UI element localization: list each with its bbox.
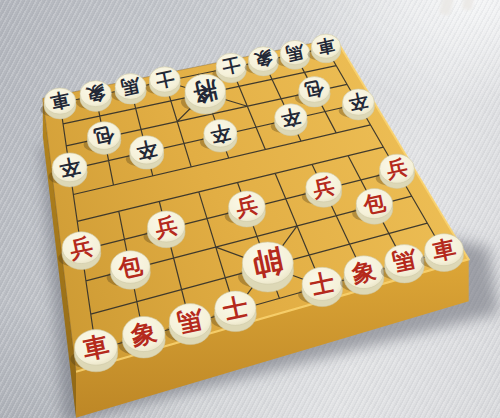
piece-black-elephant-g10: 象 [245,47,279,76]
xiangqi-board: 車 象 馬 士 士 象 [0,0,500,418]
piece-black-advisor-d10: 士 [146,67,181,97]
piece-black-elephant-b10: 象 [76,81,111,112]
piece-black-chariot-a10: 車 [40,88,76,119]
piece-black-chariot-i10: 車 [308,34,341,63]
piece-black-horse-h10: 馬 [277,40,310,69]
piece-black-horse-c10: 馬 [111,74,146,105]
photo-scene: 車 象 馬 士 士 象 [0,0,500,418]
